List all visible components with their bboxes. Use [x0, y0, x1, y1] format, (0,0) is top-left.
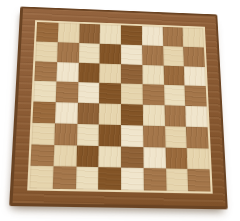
board-square-r7c8[interactable]: [187, 148, 210, 170]
board-square-r5c6[interactable]: [143, 105, 165, 126]
board-square-r5c7[interactable]: [164, 105, 186, 126]
board-square-r8c3[interactable]: [75, 167, 98, 190]
board-square-r8c1[interactable]: [29, 166, 53, 189]
board-square-r4c6[interactable]: [142, 84, 164, 105]
board-square-r5c4[interactable]: [99, 103, 121, 124]
board-square-r3c2[interactable]: [56, 62, 78, 83]
board-square-r6c6[interactable]: [143, 125, 165, 147]
board-square-r2c1[interactable]: [35, 41, 57, 61]
board-square-r3c5[interactable]: [121, 64, 142, 85]
board-square-r5c1[interactable]: [32, 102, 55, 124]
board-square-r8c2[interactable]: [53, 166, 76, 189]
board-square-r7c4[interactable]: [99, 146, 121, 168]
board-square-r6c8[interactable]: [186, 127, 208, 149]
board-square-r3c6[interactable]: [142, 64, 163, 85]
board-square-r7c7[interactable]: [165, 147, 188, 169]
board-square-r2c5[interactable]: [121, 44, 142, 64]
chess-board: [9, 7, 228, 210]
board-square-r5c3[interactable]: [77, 103, 99, 124]
board-square-r3c8[interactable]: [184, 66, 206, 86]
board-square-r4c4[interactable]: [99, 83, 121, 104]
board-square-r6c7[interactable]: [165, 126, 187, 148]
board-square-r6c4[interactable]: [99, 124, 121, 146]
frame-inlay-line: [27, 20, 213, 194]
board-square-r5c8[interactable]: [185, 106, 207, 127]
board-square-r7c5[interactable]: [121, 146, 143, 168]
board-square-r1c3[interactable]: [79, 24, 100, 44]
board-square-r4c5[interactable]: [121, 84, 143, 105]
board-square-r4c3[interactable]: [77, 82, 99, 103]
board-square-r2c7[interactable]: [163, 46, 184, 66]
board-square-r6c3[interactable]: [76, 124, 99, 146]
board-square-r4c1[interactable]: [33, 81, 56, 102]
board-square-r4c8[interactable]: [185, 86, 207, 107]
board-square-r8c4[interactable]: [98, 167, 121, 190]
board-square-r1c1[interactable]: [36, 22, 58, 42]
board-square-r2c8[interactable]: [183, 47, 204, 67]
board-square-r1c5[interactable]: [121, 25, 142, 45]
board-square-r7c3[interactable]: [76, 145, 99, 167]
board-square-r2c6[interactable]: [142, 45, 163, 65]
board-square-r5c2[interactable]: [55, 102, 78, 124]
board-square-r1c6[interactable]: [142, 26, 163, 46]
board-square-r3c7[interactable]: [163, 65, 185, 85]
board-square-r1c2[interactable]: [58, 23, 80, 43]
board-square-r4c2[interactable]: [55, 82, 77, 103]
board-square-r7c2[interactable]: [53, 145, 76, 167]
product-photo: [0, 0, 240, 221]
board-square-r6c2[interactable]: [54, 123, 77, 145]
board-square-r3c4[interactable]: [99, 63, 120, 84]
board-square-r6c5[interactable]: [121, 125, 143, 147]
board-square-r3c1[interactable]: [34, 61, 57, 82]
board-square-r5c5[interactable]: [121, 104, 143, 125]
board-square-r1c4[interactable]: [100, 24, 121, 44]
board-square-r4c7[interactable]: [164, 85, 186, 106]
board-square-r8c8[interactable]: [188, 169, 211, 191]
board-square-r2c2[interactable]: [57, 42, 79, 62]
board-square-r8c7[interactable]: [166, 169, 189, 192]
board-perspective-wrapper: [16, 0, 224, 208]
board-square-r7c6[interactable]: [143, 147, 165, 169]
board-square-r6c1[interactable]: [31, 123, 54, 145]
board-square-r8c5[interactable]: [121, 168, 144, 191]
board-square-r8c6[interactable]: [143, 168, 166, 191]
board-square-r7c1[interactable]: [30, 144, 54, 166]
board-square-r1c7[interactable]: [162, 27, 183, 47]
board-square-r3c3[interactable]: [78, 62, 100, 83]
board-square-r1c8[interactable]: [183, 28, 204, 48]
board-square-r2c4[interactable]: [100, 44, 121, 64]
board-square-r2c3[interactable]: [78, 43, 100, 63]
board-grid: [29, 22, 210, 192]
